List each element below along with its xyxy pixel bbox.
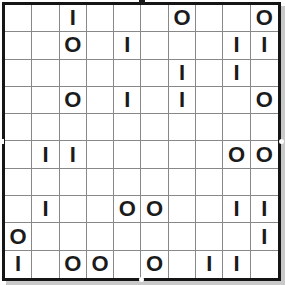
cell-r3c9-given: I <box>223 60 250 87</box>
cell-r5c2-empty[interactable] <box>32 114 59 141</box>
cell-r9c1-given: O <box>5 223 32 250</box>
cell-r3c7-given: I <box>169 60 196 87</box>
cell-r6c5-empty[interactable] <box>114 141 141 168</box>
cell-r2c5-given: I <box>114 32 141 59</box>
cell-r4c7-given: I <box>169 87 196 114</box>
cell-r2c6-empty[interactable] <box>141 32 168 59</box>
cell-r6c8-empty[interactable] <box>196 141 223 168</box>
cell-r8c4-empty[interactable] <box>87 196 114 223</box>
cell-r8c7-empty[interactable] <box>169 196 196 223</box>
cell-r3c6-empty[interactable] <box>141 60 168 87</box>
cell-r3c2-empty[interactable] <box>32 60 59 87</box>
edge-mark-top <box>139 0 145 4</box>
cell-r5c3-empty[interactable] <box>60 114 87 141</box>
cell-r4c3-given: O <box>60 87 87 114</box>
edge-mark-right <box>279 139 284 144</box>
cell-r2c8-empty[interactable] <box>196 32 223 59</box>
cell-r1c1-empty[interactable] <box>5 5 32 32</box>
cell-r6c1-empty[interactable] <box>5 141 32 168</box>
cell-r1c6-empty[interactable] <box>141 5 168 32</box>
cell-r7c7-empty[interactable] <box>169 169 196 196</box>
edge-mark-bottom <box>139 277 144 282</box>
cell-r2c9-given: I <box>223 32 250 59</box>
cell-r2c7-empty[interactable] <box>169 32 196 59</box>
cell-r5c10-empty[interactable] <box>251 114 278 141</box>
cell-r7c9-empty[interactable] <box>223 169 250 196</box>
cell-r8c9-given: I <box>223 196 250 223</box>
cell-r1c3-given: I <box>60 5 87 32</box>
puzzle-board-wrap: IOOOIIIIIOIIOIIOOIOOIIOIIOOOII <box>2 2 281 281</box>
cell-r8c5-given: O <box>114 196 141 223</box>
cell-r8c1-empty[interactable] <box>5 196 32 223</box>
cell-r5c7-empty[interactable] <box>169 114 196 141</box>
cell-r10c5-empty[interactable] <box>114 251 141 278</box>
cell-r10c6-given: O <box>141 251 168 278</box>
cell-r6c7-empty[interactable] <box>169 141 196 168</box>
cell-r8c6-given: O <box>141 196 168 223</box>
cell-r9c8-empty[interactable] <box>196 223 223 250</box>
cell-r4c8-empty[interactable] <box>196 87 223 114</box>
cell-r3c4-empty[interactable] <box>87 60 114 87</box>
cell-r5c8-empty[interactable] <box>196 114 223 141</box>
cell-r8c3-empty[interactable] <box>60 196 87 223</box>
cell-r6c4-empty[interactable] <box>87 141 114 168</box>
cell-r7c1-empty[interactable] <box>5 169 32 196</box>
cell-r10c1-given: I <box>5 251 32 278</box>
cell-r1c4-empty[interactable] <box>87 5 114 32</box>
cell-r1c5-empty[interactable] <box>114 5 141 32</box>
cell-r7c5-empty[interactable] <box>114 169 141 196</box>
binairo-board: IOOOIIIIIOIIOIIOOIOOIIOIIOOOII <box>2 2 281 281</box>
cell-r6c3-given: I <box>60 141 87 168</box>
cell-r10c2-empty[interactable] <box>32 251 59 278</box>
cell-r7c2-empty[interactable] <box>32 169 59 196</box>
cell-r10c8-given: I <box>196 251 223 278</box>
cell-r9c5-empty[interactable] <box>114 223 141 250</box>
cell-r9c6-empty[interactable] <box>141 223 168 250</box>
cell-r4c9-empty[interactable] <box>223 87 250 114</box>
cell-r2c1-empty[interactable] <box>5 32 32 59</box>
cell-r4c2-empty[interactable] <box>32 87 59 114</box>
cell-r3c1-empty[interactable] <box>5 60 32 87</box>
cell-r8c10-given: I <box>251 196 278 223</box>
cell-r9c2-empty[interactable] <box>32 223 59 250</box>
cell-r8c2-given: I <box>32 196 59 223</box>
cell-r1c8-empty[interactable] <box>196 5 223 32</box>
cell-r9c3-empty[interactable] <box>60 223 87 250</box>
cell-r10c4-given: O <box>87 251 114 278</box>
cell-r5c1-empty[interactable] <box>5 114 32 141</box>
cell-r3c3-empty[interactable] <box>60 60 87 87</box>
cell-r2c3-given: O <box>60 32 87 59</box>
cell-r4c10-given: O <box>251 87 278 114</box>
cell-r4c6-empty[interactable] <box>141 87 168 114</box>
cell-r6c9-given: O <box>223 141 250 168</box>
cell-r5c5-empty[interactable] <box>114 114 141 141</box>
cell-r1c10-given: O <box>251 5 278 32</box>
cell-r3c10-empty[interactable] <box>251 60 278 87</box>
cell-r9c7-empty[interactable] <box>169 223 196 250</box>
cell-r2c10-given: I <box>251 32 278 59</box>
cell-r10c10-empty[interactable] <box>251 251 278 278</box>
cell-r6c6-empty[interactable] <box>141 141 168 168</box>
cell-r9c9-empty[interactable] <box>223 223 250 250</box>
cell-r5c4-empty[interactable] <box>87 114 114 141</box>
cell-r8c8-empty[interactable] <box>196 196 223 223</box>
cell-r10c3-given: O <box>60 251 87 278</box>
cell-r7c6-empty[interactable] <box>141 169 168 196</box>
cell-r1c7-given: O <box>169 5 196 32</box>
cell-r7c10-empty[interactable] <box>251 169 278 196</box>
cell-r2c4-empty[interactable] <box>87 32 114 59</box>
cell-r4c1-empty[interactable] <box>5 87 32 114</box>
cell-r1c2-empty[interactable] <box>32 5 59 32</box>
edge-mark-left <box>0 139 4 144</box>
cell-r9c4-empty[interactable] <box>87 223 114 250</box>
cell-r4c4-empty[interactable] <box>87 87 114 114</box>
cell-r2c2-empty[interactable] <box>32 32 59 59</box>
cell-r4c5-given: I <box>114 87 141 114</box>
cell-r10c7-empty[interactable] <box>169 251 196 278</box>
cell-r5c6-empty[interactable] <box>141 114 168 141</box>
cell-r7c4-empty[interactable] <box>87 169 114 196</box>
cell-r5c9-empty[interactable] <box>223 114 250 141</box>
cell-r3c5-empty[interactable] <box>114 60 141 87</box>
cell-r9c10-given: I <box>251 223 278 250</box>
cell-r7c3-empty[interactable] <box>60 169 87 196</box>
cell-r10c9-given: I <box>223 251 250 278</box>
cell-r6c10-given: O <box>251 141 278 168</box>
cell-r1c9-empty[interactable] <box>223 5 250 32</box>
cell-r7c8-empty[interactable] <box>196 169 223 196</box>
cell-r6c2-given: I <box>32 141 59 168</box>
cell-r3c8-empty[interactable] <box>196 60 223 87</box>
